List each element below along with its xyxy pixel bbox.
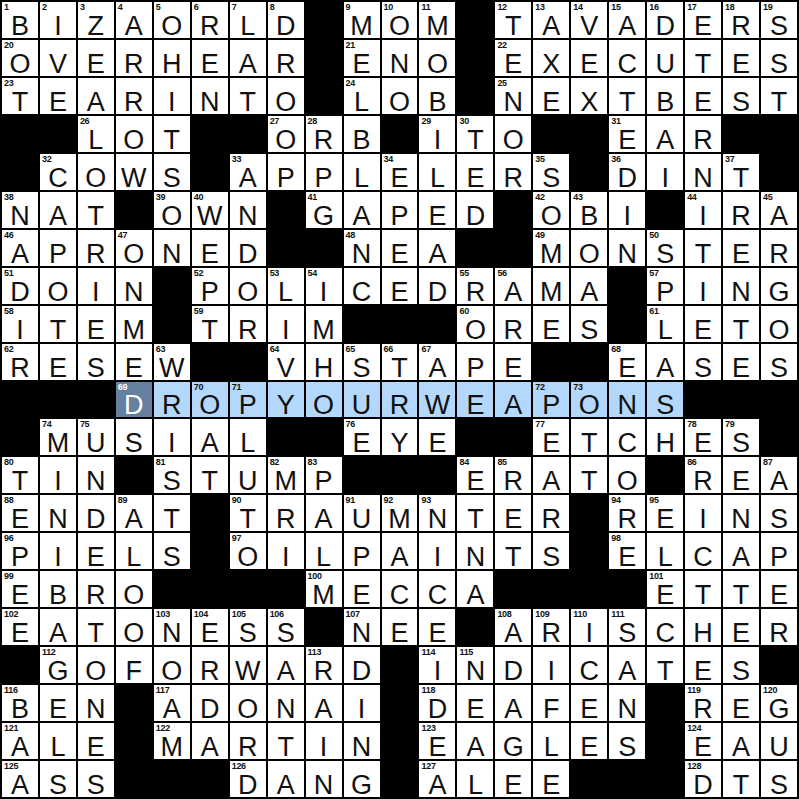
letter-cell[interactable]: H <box>685 609 721 645</box>
letter-cell[interactable]: P <box>40 230 76 266</box>
letter-cell[interactable]: 80T <box>2 457 38 493</box>
letter-cell[interactable]: A <box>457 571 493 607</box>
highlighted-cell[interactable]: R <box>382 382 418 418</box>
letter-cell[interactable]: C <box>647 609 683 645</box>
letter-cell[interactable]: 62R <box>2 344 38 380</box>
letter-cell[interactable]: M <box>116 306 152 342</box>
letter-cell[interactable]: 20O <box>2 40 38 76</box>
letter-cell[interactable]: 31E <box>609 116 645 152</box>
letter-cell[interactable]: T <box>571 457 607 493</box>
letter-cell[interactable]: L <box>306 533 342 569</box>
letter-cell[interactable]: 23T <box>2 78 38 114</box>
letter-cell[interactable]: 87A <box>761 457 797 493</box>
letter-cell[interactable]: 3Z <box>78 2 114 38</box>
letter-cell[interactable]: 75U <box>78 419 114 455</box>
letter-cell[interactable]: 117A <box>154 685 190 721</box>
letter-cell[interactable]: I <box>78 268 114 304</box>
letter-cell[interactable]: N <box>609 685 645 721</box>
letter-cell[interactable]: A <box>268 647 304 683</box>
letter-cell[interactable]: G <box>344 761 380 797</box>
letter-cell[interactable]: 74M <box>40 419 76 455</box>
letter-cell[interactable]: H <box>154 40 190 76</box>
letter-cell[interactable]: R <box>230 723 266 759</box>
letter-cell[interactable]: E <box>382 268 418 304</box>
letter-cell[interactable]: 2I <box>40 2 76 38</box>
letter-cell[interactable]: I <box>685 268 721 304</box>
letter-cell[interactable]: 111S <box>609 609 645 645</box>
letter-cell[interactable]: 36D <box>609 154 645 190</box>
letter-cell[interactable]: R <box>230 306 266 342</box>
letter-cell[interactable]: N <box>230 192 266 228</box>
letter-cell[interactable]: E <box>495 495 531 531</box>
highlighted-cell[interactable]: O <box>306 382 342 418</box>
letter-cell[interactable]: 84E <box>457 457 493 493</box>
letter-cell[interactable]: 67A <box>419 344 455 380</box>
letter-cell[interactable]: 50S <box>647 230 683 266</box>
letter-cell[interactable]: P <box>306 154 342 190</box>
letter-cell[interactable]: R <box>78 230 114 266</box>
letter-cell[interactable]: S <box>723 78 759 114</box>
letter-cell[interactable]: A <box>40 192 76 228</box>
letter-cell[interactable]: O <box>116 571 152 607</box>
letter-cell[interactable]: 39O <box>154 192 190 228</box>
letter-cell[interactable]: T <box>761 78 797 114</box>
letter-cell[interactable]: S <box>78 761 114 797</box>
selected-cell[interactable]: 69D <box>116 382 152 418</box>
letter-cell[interactable]: 46A <box>2 230 38 266</box>
letter-cell[interactable]: O <box>116 116 152 152</box>
letter-cell[interactable]: T <box>230 78 266 114</box>
letter-cell[interactable]: I <box>685 495 721 531</box>
letter-cell[interactable]: 41G <box>306 192 342 228</box>
letter-cell[interactable]: 38N <box>2 192 38 228</box>
letter-cell[interactable]: A <box>344 192 380 228</box>
letter-cell[interactable]: 25N <box>495 78 531 114</box>
letter-cell[interactable]: N <box>382 40 418 76</box>
letter-cell[interactable]: T <box>78 192 114 228</box>
letter-cell[interactable]: 29I <box>419 116 455 152</box>
letter-cell[interactable]: O <box>230 268 266 304</box>
letter-cell[interactable]: 90T <box>230 495 266 531</box>
letter-cell[interactable]: 64V <box>268 344 304 380</box>
letter-cell[interactable]: D <box>192 685 228 721</box>
letter-cell[interactable]: 66T <box>382 344 418 380</box>
letter-cell[interactable]: P <box>457 344 493 380</box>
letter-cell[interactable]: 123E <box>419 723 455 759</box>
letter-cell[interactable]: E <box>40 685 76 721</box>
letter-cell[interactable]: H <box>647 419 683 455</box>
letter-cell[interactable]: S <box>609 723 645 759</box>
letter-cell[interactable]: E <box>192 40 228 76</box>
letter-cell[interactable]: L <box>533 723 569 759</box>
letter-cell[interactable]: N <box>116 268 152 304</box>
letter-cell[interactable]: 99E <box>2 571 38 607</box>
highlighted-cell[interactable]: 72P <box>533 382 569 418</box>
letter-cell[interactable]: 89A <box>116 495 152 531</box>
letter-cell[interactable]: I <box>268 306 304 342</box>
letter-cell[interactable]: I <box>533 647 569 683</box>
letter-cell[interactable]: E <box>533 306 569 342</box>
letter-cell[interactable]: O <box>78 647 114 683</box>
letter-cell[interactable]: 88E <box>2 495 38 531</box>
letter-cell[interactable]: R <box>533 495 569 531</box>
letter-cell[interactable]: R <box>268 40 304 76</box>
letter-cell[interactable]: 106S <box>268 609 304 645</box>
letter-cell[interactable]: 12T <box>495 2 531 38</box>
letter-cell[interactable]: E <box>116 344 152 380</box>
letter-cell[interactable]: O <box>154 647 190 683</box>
letter-cell[interactable]: I <box>647 154 683 190</box>
letter-cell[interactable]: N <box>78 685 114 721</box>
letter-cell[interactable]: E <box>419 192 455 228</box>
letter-cell[interactable]: E <box>457 154 493 190</box>
letter-cell[interactable]: C <box>685 533 721 569</box>
letter-cell[interactable]: L <box>419 154 455 190</box>
letter-cell[interactable]: H <box>306 344 342 380</box>
letter-cell[interactable]: S <box>154 154 190 190</box>
letter-cell[interactable]: L <box>344 154 380 190</box>
letter-cell[interactable]: D <box>344 647 380 683</box>
letter-cell[interactable]: O <box>40 268 76 304</box>
letter-cell[interactable]: R <box>268 495 304 531</box>
letter-cell[interactable]: A <box>40 609 76 645</box>
letter-cell[interactable]: Y <box>382 419 418 455</box>
letter-cell[interactable]: E <box>761 571 797 607</box>
highlighted-cell[interactable]: A <box>495 382 531 418</box>
letter-cell[interactable]: O <box>761 306 797 342</box>
letter-cell[interactable]: S <box>154 533 190 569</box>
letter-cell[interactable]: 79S <box>723 419 759 455</box>
letter-cell[interactable]: 107N <box>344 609 380 645</box>
letter-cell[interactable]: 104E <box>192 609 228 645</box>
letter-cell[interactable]: 17E <box>685 2 721 38</box>
letter-cell[interactable]: 48N <box>344 230 380 266</box>
letter-cell[interactable]: 19S <box>761 2 797 38</box>
letter-cell[interactable]: 22E <box>495 40 531 76</box>
letter-cell[interactable]: 1B <box>2 2 38 38</box>
letter-cell[interactable]: 127A <box>419 761 455 797</box>
letter-cell[interactable]: A <box>495 685 531 721</box>
letter-cell[interactable]: N <box>192 78 228 114</box>
letter-cell[interactable]: T <box>723 571 759 607</box>
letter-cell[interactable]: R <box>495 154 531 190</box>
letter-cell[interactable]: N <box>723 268 759 304</box>
letter-cell[interactable]: N <box>344 723 380 759</box>
highlighted-cell[interactable]: 71P <box>230 382 266 418</box>
highlighted-cell[interactable]: S <box>647 382 683 418</box>
letter-cell[interactable]: D <box>495 647 531 683</box>
letter-cell[interactable]: I <box>154 78 190 114</box>
letter-cell[interactable]: T <box>78 609 114 645</box>
letter-cell[interactable]: 81S <box>154 457 190 493</box>
letter-cell[interactable]: 33A <box>230 154 266 190</box>
letter-cell[interactable]: 16D <box>647 2 683 38</box>
letter-cell[interactable]: R <box>116 78 152 114</box>
letter-cell[interactable]: P <box>344 533 380 569</box>
letter-cell[interactable]: 40W <box>192 192 228 228</box>
letter-cell[interactable]: E <box>533 761 569 797</box>
letter-cell[interactable]: W <box>116 154 152 190</box>
letter-cell[interactable]: A <box>230 40 266 76</box>
letter-cell[interactable]: E <box>78 40 114 76</box>
letter-cell[interactable]: L <box>457 761 493 797</box>
letter-cell[interactable]: E <box>685 78 721 114</box>
letter-cell[interactable]: N <box>306 761 342 797</box>
letter-cell[interactable]: O <box>268 78 304 114</box>
letter-cell[interactable]: T <box>40 306 76 342</box>
letter-cell[interactable]: 58I <box>2 306 38 342</box>
highlighted-cell[interactable]: U <box>344 382 380 418</box>
letter-cell[interactable]: E <box>723 230 759 266</box>
letter-cell[interactable]: S <box>78 344 114 380</box>
letter-cell[interactable]: S <box>761 761 797 797</box>
letter-cell[interactable]: 85R <box>495 457 531 493</box>
letter-cell[interactable]: A <box>78 78 114 114</box>
letter-cell[interactable]: E <box>382 230 418 266</box>
letter-cell[interactable]: 45A <box>761 192 797 228</box>
letter-cell[interactable]: 37T <box>723 154 759 190</box>
letter-cell[interactable]: P <box>382 192 418 228</box>
letter-cell[interactable]: I <box>40 457 76 493</box>
letter-cell[interactable]: R <box>761 230 797 266</box>
letter-cell[interactable]: E <box>78 533 114 569</box>
letter-cell[interactable]: E <box>723 685 759 721</box>
letter-cell[interactable]: 98E <box>609 533 645 569</box>
letter-cell[interactable]: T <box>685 230 721 266</box>
letter-cell[interactable]: 56A <box>495 268 531 304</box>
letter-cell[interactable]: 91U <box>344 495 380 531</box>
letter-cell[interactable]: 53L <box>268 268 304 304</box>
letter-cell[interactable]: 92M <box>382 495 418 531</box>
letter-cell[interactable]: E <box>685 647 721 683</box>
letter-cell[interactable]: 118D <box>419 685 455 721</box>
letter-cell[interactable]: E <box>40 78 76 114</box>
letter-cell[interactable]: 27O <box>268 116 304 152</box>
highlighted-cell[interactable]: N <box>609 382 645 418</box>
letter-cell[interactable]: L <box>230 419 266 455</box>
letter-cell[interactable]: 125A <box>2 761 38 797</box>
letter-cell[interactable]: A <box>647 344 683 380</box>
letter-cell[interactable]: A <box>723 533 759 569</box>
letter-cell[interactable]: 35S <box>533 154 569 190</box>
letter-cell[interactable]: F <box>116 647 152 683</box>
letter-cell[interactable]: T <box>609 78 645 114</box>
letter-cell[interactable]: W <box>230 647 266 683</box>
letter-cell[interactable]: 110I <box>571 609 607 645</box>
letter-cell[interactable]: 112G <box>40 647 76 683</box>
letter-cell[interactable]: E <box>533 78 569 114</box>
letter-cell[interactable]: 77E <box>533 419 569 455</box>
letter-cell[interactable]: 94R <box>609 495 645 531</box>
letter-cell[interactable]: T <box>154 116 190 152</box>
letter-cell[interactable]: E <box>78 723 114 759</box>
letter-cell[interactable]: A <box>723 723 759 759</box>
letter-cell[interactable]: E <box>723 344 759 380</box>
letter-cell[interactable]: F <box>533 685 569 721</box>
letter-cell[interactable]: E <box>723 457 759 493</box>
letter-cell[interactable]: 55R <box>457 268 493 304</box>
letter-cell[interactable]: E <box>571 685 607 721</box>
letter-cell[interactable]: C <box>419 571 455 607</box>
letter-cell[interactable]: E <box>419 609 455 645</box>
letter-cell[interactable]: I <box>609 192 645 228</box>
letter-cell[interactable]: P <box>761 533 797 569</box>
letter-cell[interactable]: 121A <box>2 723 38 759</box>
letter-cell[interactable]: E <box>78 306 114 342</box>
highlighted-cell[interactable]: W <box>419 382 455 418</box>
letter-cell[interactable]: D <box>230 230 266 266</box>
letter-cell[interactable]: 21E <box>344 40 380 76</box>
letter-cell[interactable]: 120G <box>761 685 797 721</box>
letter-cell[interactable]: S <box>116 419 152 455</box>
letter-cell[interactable]: C <box>609 419 645 455</box>
highlighted-cell[interactable]: E <box>457 382 493 418</box>
letter-cell[interactable]: 100M <box>306 571 342 607</box>
letter-cell[interactable]: D <box>78 495 114 531</box>
letter-cell[interactable]: 82M <box>268 457 304 493</box>
letter-cell[interactable]: A <box>457 723 493 759</box>
letter-cell[interactable]: T <box>723 761 759 797</box>
letter-cell[interactable]: 109R <box>533 609 569 645</box>
letter-cell[interactable]: 103N <box>154 609 190 645</box>
letter-cell[interactable]: 42O <box>533 192 569 228</box>
letter-cell[interactable]: N <box>723 495 759 531</box>
letter-cell[interactable]: 11M <box>419 2 455 38</box>
letter-cell[interactable]: C <box>571 647 607 683</box>
letter-cell[interactable]: T <box>647 647 683 683</box>
letter-cell[interactable]: R <box>723 192 759 228</box>
letter-cell[interactable]: A <box>268 761 304 797</box>
letter-cell[interactable]: 14V <box>571 2 607 38</box>
letter-cell[interactable]: A <box>382 533 418 569</box>
letter-cell[interactable]: E <box>685 306 721 342</box>
letter-cell[interactable]: 24L <box>344 78 380 114</box>
letter-cell[interactable]: G <box>495 723 531 759</box>
letter-cell[interactable]: O <box>419 40 455 76</box>
letter-cell[interactable]: C <box>344 268 380 304</box>
letter-cell[interactable]: 105S <box>230 609 266 645</box>
letter-cell[interactable]: E <box>723 40 759 76</box>
letter-cell[interactable]: E <box>495 344 531 380</box>
letter-cell[interactable]: 86R <box>685 457 721 493</box>
letter-cell[interactable]: R <box>761 609 797 645</box>
letter-cell[interactable]: 59T <box>192 306 228 342</box>
letter-cell[interactable]: 128D <box>685 761 721 797</box>
letter-cell[interactable]: O <box>116 609 152 645</box>
highlighted-cell[interactable]: R <box>154 382 190 418</box>
letter-cell[interactable]: 47O <box>116 230 152 266</box>
letter-cell[interactable]: 54I <box>306 268 342 304</box>
letter-cell[interactable]: A <box>192 723 228 759</box>
letter-cell[interactable]: A <box>647 116 683 152</box>
letter-cell[interactable]: 68E <box>609 344 645 380</box>
letter-cell[interactable]: B <box>419 78 455 114</box>
letter-cell[interactable]: S <box>533 533 569 569</box>
letter-cell[interactable]: R <box>495 306 531 342</box>
letter-cell[interactable]: 4A <box>116 2 152 38</box>
letter-cell[interactable]: 65S <box>344 344 380 380</box>
letter-cell[interactable]: 43B <box>571 192 607 228</box>
letter-cell[interactable]: A <box>533 457 569 493</box>
letter-cell[interactable]: 15A <box>609 2 645 38</box>
letter-cell[interactable]: E <box>495 761 531 797</box>
letter-cell[interactable]: E <box>571 723 607 759</box>
letter-cell[interactable]: 115N <box>457 647 493 683</box>
letter-cell[interactable]: 18R <box>723 2 759 38</box>
letter-cell[interactable]: 114I <box>419 647 455 683</box>
letter-cell[interactable]: D <box>419 268 455 304</box>
letter-cell[interactable]: O <box>78 154 114 190</box>
letter-cell[interactable]: N <box>268 685 304 721</box>
letter-cell[interactable]: 76E <box>344 419 380 455</box>
letter-cell[interactable]: 113R <box>306 647 342 683</box>
letter-cell[interactable]: E <box>344 571 380 607</box>
letter-cell[interactable]: 6R <box>192 2 228 38</box>
letter-cell[interactable]: D <box>457 192 493 228</box>
letter-cell[interactable]: E <box>419 419 455 455</box>
letter-cell[interactable]: N <box>154 230 190 266</box>
letter-cell[interactable]: R <box>685 116 721 152</box>
letter-cell[interactable]: C <box>382 571 418 607</box>
letter-cell[interactable]: U <box>230 457 266 493</box>
letter-cell[interactable]: 49M <box>533 230 569 266</box>
letter-cell[interactable]: S <box>571 306 607 342</box>
letter-cell[interactable]: N <box>40 495 76 531</box>
letter-cell[interactable]: 5O <box>154 2 190 38</box>
letter-cell[interactable]: 101E <box>647 571 683 607</box>
letter-cell[interactable]: E <box>192 230 228 266</box>
letter-cell[interactable]: O <box>609 457 645 493</box>
letter-cell[interactable]: 13A <box>533 2 569 38</box>
letter-cell[interactable]: T <box>192 457 228 493</box>
letter-cell[interactable]: B <box>344 116 380 152</box>
letter-cell[interactable]: 122M <box>154 723 190 759</box>
letter-cell[interactable]: X <box>571 78 607 114</box>
letter-cell[interactable]: E <box>723 609 759 645</box>
letter-cell[interactable]: 97O <box>230 533 266 569</box>
letter-cell[interactable]: N <box>685 154 721 190</box>
letter-cell[interactable]: A <box>609 647 645 683</box>
letter-cell[interactable]: N <box>609 230 645 266</box>
letter-cell[interactable]: C <box>609 40 645 76</box>
letter-cell[interactable]: G <box>761 268 797 304</box>
highlighted-cell[interactable]: Y <box>268 382 304 418</box>
letter-cell[interactable]: S <box>761 40 797 76</box>
letter-cell[interactable]: I <box>268 533 304 569</box>
letter-cell[interactable]: E <box>457 685 493 721</box>
letter-cell[interactable]: O <box>495 116 531 152</box>
letter-cell[interactable]: 78E <box>685 419 721 455</box>
letter-cell[interactable]: N <box>78 457 114 493</box>
letter-cell[interactable]: 96P <box>2 533 38 569</box>
letter-cell[interactable]: 116B <box>2 685 38 721</box>
letter-cell[interactable]: 7L <box>230 2 266 38</box>
letter-cell[interactable]: 57P <box>647 268 683 304</box>
letter-cell[interactable]: U <box>647 40 683 76</box>
letter-cell[interactable]: 61L <box>647 306 683 342</box>
letter-cell[interactable]: T <box>495 533 531 569</box>
letter-cell[interactable]: I <box>40 533 76 569</box>
letter-cell[interactable]: 108A <box>495 609 531 645</box>
letter-cell[interactable]: T <box>457 495 493 531</box>
letter-cell[interactable]: 28R <box>306 116 342 152</box>
letter-cell[interactable]: T <box>571 419 607 455</box>
letter-cell[interactable]: A <box>306 495 342 531</box>
letter-cell[interactable]: 60O <box>457 306 493 342</box>
letter-cell[interactable]: 30T <box>457 116 493 152</box>
letter-cell[interactable]: E <box>382 609 418 645</box>
letter-cell[interactable]: T <box>154 495 190 531</box>
